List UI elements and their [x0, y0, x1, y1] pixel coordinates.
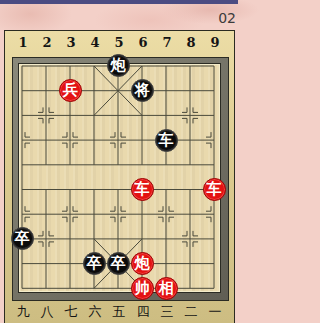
piece-black-soldier[interactable]: 卒 — [107, 252, 130, 275]
piece-black-general[interactable]: 将 — [131, 79, 154, 102]
piece-red-chariot[interactable]: 车 — [203, 178, 226, 201]
piece-black-soldier[interactable]: 卒 — [11, 227, 34, 250]
piece-red-soldier[interactable]: 兵 — [59, 79, 82, 102]
piece-black-chariot[interactable]: 车 — [155, 129, 178, 152]
piece-red-cannon[interactable]: 炮 — [131, 252, 154, 275]
piece-black-cannon[interactable]: 炮 — [107, 54, 130, 77]
piece-red-elephant[interactable]: 相 — [155, 277, 178, 300]
pieces-layer: 炮兵将车车车卒卒卒炮帅相 — [10, 54, 226, 301]
piece-red-chariot[interactable]: 车 — [131, 178, 154, 201]
piece-black-soldier[interactable]: 卒 — [83, 252, 106, 275]
piece-red-general[interactable]: 帅 — [131, 277, 154, 300]
